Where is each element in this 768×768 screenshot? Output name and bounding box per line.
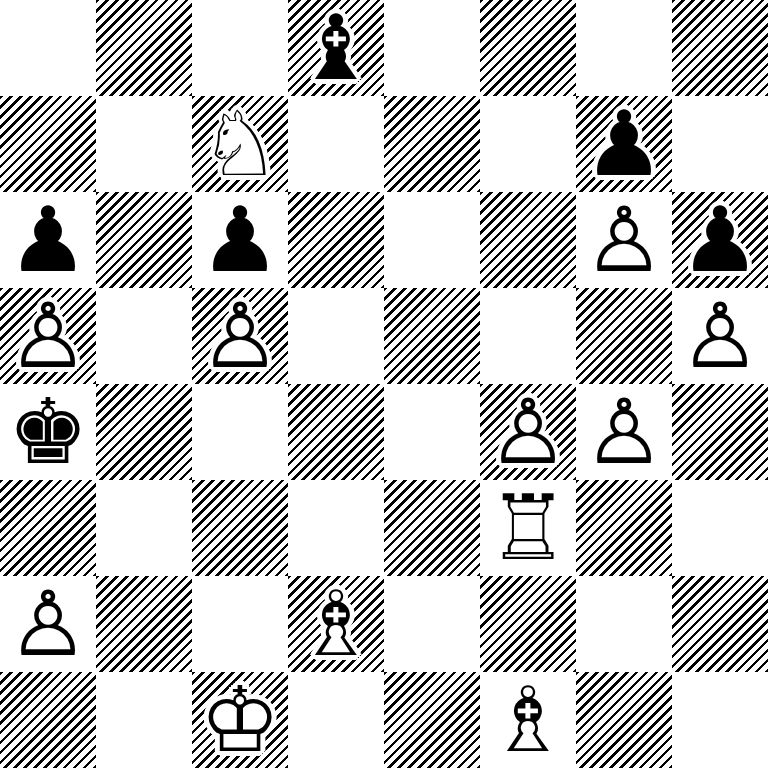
square-f5[interactable] <box>480 288 576 384</box>
square-e2[interactable] <box>384 576 480 672</box>
square-g8[interactable] <box>576 0 672 96</box>
black-king-icon: ♚ <box>0 384 96 480</box>
square-a5[interactable]: ♟♙ <box>0 288 96 384</box>
square-h2[interactable] <box>672 576 768 672</box>
square-c8[interactable] <box>192 0 288 96</box>
piece-black-pawn-a6[interactable]: ♟ <box>0 192 96 288</box>
piece-black-pawn-c6[interactable]: ♟ <box>192 192 288 288</box>
square-d8[interactable]: ♝ <box>288 0 384 96</box>
square-d7[interactable] <box>288 96 384 192</box>
piece-white-pawn-h5[interactable]: ♟♙ <box>672 288 768 384</box>
chess-board: ♝♞♘♟♟♟♟♙♟♟♙♟♙♟♙♚♟♙♟♙♜♖♟♙♝♗♚♔♝♗ <box>0 0 768 768</box>
piece-white-pawn-g4[interactable]: ♟♙ <box>576 384 672 480</box>
square-b5[interactable] <box>96 288 192 384</box>
square-b3[interactable] <box>96 480 192 576</box>
white-pawn-icon: ♟ <box>0 288 96 384</box>
piece-white-bishop-d2[interactable]: ♝♗ <box>288 576 384 672</box>
square-d1[interactable] <box>288 672 384 768</box>
white-pawn-icon: ♟ <box>0 576 96 672</box>
square-c6[interactable]: ♟ <box>192 192 288 288</box>
square-g1[interactable] <box>576 672 672 768</box>
piece-white-knight-c7[interactable]: ♞♘ <box>192 96 288 192</box>
square-e4[interactable] <box>384 384 480 480</box>
square-h4[interactable] <box>672 384 768 480</box>
white-king-outline-icon: ♔ <box>192 672 288 768</box>
square-h3[interactable] <box>672 480 768 576</box>
square-d4[interactable] <box>288 384 384 480</box>
white-rook-icon: ♜ <box>480 480 576 576</box>
white-bishop-outline-icon: ♗ <box>288 576 384 672</box>
square-b2[interactable] <box>96 576 192 672</box>
square-f3[interactable]: ♜♖ <box>480 480 576 576</box>
black-pawn-icon: ♟ <box>0 192 96 288</box>
piece-white-pawn-c5[interactable]: ♟♙ <box>192 288 288 384</box>
square-a4[interactable]: ♚ <box>0 384 96 480</box>
square-c3[interactable] <box>192 480 288 576</box>
square-h1[interactable] <box>672 672 768 768</box>
square-a2[interactable]: ♟♙ <box>0 576 96 672</box>
square-b8[interactable] <box>96 0 192 96</box>
white-pawn-icon: ♟ <box>576 384 672 480</box>
white-pawn-outline-icon: ♙ <box>672 288 768 384</box>
white-pawn-icon: ♟ <box>576 192 672 288</box>
square-g3[interactable] <box>576 480 672 576</box>
white-bishop-icon: ♝ <box>288 576 384 672</box>
white-bishop-outline-icon: ♗ <box>480 672 576 768</box>
square-b7[interactable] <box>96 96 192 192</box>
white-king-icon: ♚ <box>192 672 288 768</box>
black-pawn-icon: ♟ <box>576 96 672 192</box>
white-pawn-icon: ♟ <box>672 288 768 384</box>
square-g7[interactable]: ♟ <box>576 96 672 192</box>
square-b6[interactable] <box>96 192 192 288</box>
square-f7[interactable] <box>480 96 576 192</box>
white-bishop-icon: ♝ <box>480 672 576 768</box>
square-a7[interactable] <box>0 96 96 192</box>
square-h7[interactable] <box>672 96 768 192</box>
square-c2[interactable] <box>192 576 288 672</box>
square-c4[interactable] <box>192 384 288 480</box>
square-c5[interactable]: ♟♙ <box>192 288 288 384</box>
square-f8[interactable] <box>480 0 576 96</box>
white-pawn-outline-icon: ♙ <box>480 384 576 480</box>
black-bishop-icon: ♝ <box>288 0 384 96</box>
square-h8[interactable] <box>672 0 768 96</box>
white-pawn-outline-icon: ♙ <box>576 192 672 288</box>
square-f2[interactable] <box>480 576 576 672</box>
square-a3[interactable] <box>0 480 96 576</box>
piece-black-king-a4[interactable]: ♚ <box>0 384 96 480</box>
square-e3[interactable] <box>384 480 480 576</box>
square-a6[interactable]: ♟ <box>0 192 96 288</box>
square-f6[interactable] <box>480 192 576 288</box>
square-g4[interactable]: ♟♙ <box>576 384 672 480</box>
square-h5[interactable]: ♟♙ <box>672 288 768 384</box>
piece-white-pawn-a2[interactable]: ♟♙ <box>0 576 96 672</box>
square-b1[interactable] <box>96 672 192 768</box>
square-e7[interactable] <box>384 96 480 192</box>
square-e8[interactable] <box>384 0 480 96</box>
black-pawn-icon: ♟ <box>672 192 768 288</box>
square-e5[interactable] <box>384 288 480 384</box>
white-pawn-outline-icon: ♙ <box>576 384 672 480</box>
square-d6[interactable] <box>288 192 384 288</box>
square-a8[interactable] <box>0 0 96 96</box>
piece-black-pawn-g7[interactable]: ♟ <box>576 96 672 192</box>
square-f4[interactable]: ♟♙ <box>480 384 576 480</box>
square-e1[interactable] <box>384 672 480 768</box>
square-d5[interactable] <box>288 288 384 384</box>
square-a1[interactable] <box>0 672 96 768</box>
white-pawn-outline-icon: ♙ <box>192 288 288 384</box>
piece-white-pawn-g6[interactable]: ♟♙ <box>576 192 672 288</box>
square-g5[interactable] <box>576 288 672 384</box>
white-pawn-outline-icon: ♙ <box>0 576 96 672</box>
black-pawn-icon: ♟ <box>192 192 288 288</box>
piece-white-rook-f3[interactable]: ♜♖ <box>480 480 576 576</box>
white-pawn-outline-icon: ♙ <box>0 288 96 384</box>
piece-white-bishop-f1[interactable]: ♝♗ <box>480 672 576 768</box>
square-g6[interactable]: ♟♙ <box>576 192 672 288</box>
white-pawn-icon: ♟ <box>480 384 576 480</box>
piece-white-pawn-a5[interactable]: ♟♙ <box>0 288 96 384</box>
piece-white-king-c1[interactable]: ♚♔ <box>192 672 288 768</box>
piece-black-pawn-h6[interactable]: ♟ <box>672 192 768 288</box>
square-b4[interactable] <box>96 384 192 480</box>
square-g2[interactable] <box>576 576 672 672</box>
square-c1[interactable]: ♚♔ <box>192 672 288 768</box>
square-c7[interactable]: ♞♘ <box>192 96 288 192</box>
square-h6[interactable]: ♟ <box>672 192 768 288</box>
white-knight-outline-icon: ♘ <box>192 96 288 192</box>
square-d2[interactable]: ♝♗ <box>288 576 384 672</box>
white-pawn-icon: ♟ <box>192 288 288 384</box>
white-knight-icon: ♞ <box>192 96 288 192</box>
square-f1[interactable]: ♝♗ <box>480 672 576 768</box>
piece-black-bishop-d8[interactable]: ♝ <box>288 0 384 96</box>
white-rook-outline-icon: ♖ <box>480 480 576 576</box>
square-d3[interactable] <box>288 480 384 576</box>
square-e6[interactable] <box>384 192 480 288</box>
piece-white-pawn-f4[interactable]: ♟♙ <box>480 384 576 480</box>
